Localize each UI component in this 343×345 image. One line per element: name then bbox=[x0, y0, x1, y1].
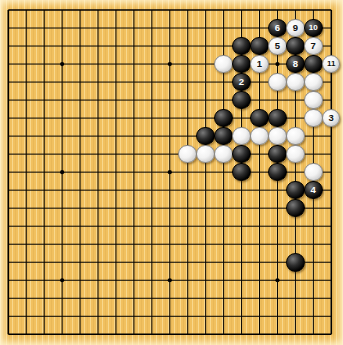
stone-white-move-1[interactable]: 1 bbox=[250, 55, 269, 74]
stone-black[interactable] bbox=[214, 109, 233, 128]
move-number-label: 7 bbox=[311, 41, 316, 51]
stone-white[interactable] bbox=[214, 55, 233, 74]
move-number-label: 4 bbox=[311, 185, 316, 195]
stone-black[interactable] bbox=[232, 55, 251, 74]
move-number-label: 1 bbox=[257, 59, 262, 69]
stone-white-move-3[interactable]: 3 bbox=[322, 109, 341, 128]
stone-black-move-8[interactable]: 8 bbox=[286, 55, 305, 74]
stone-white[interactable] bbox=[214, 145, 233, 164]
stone-white[interactable] bbox=[286, 127, 305, 146]
stone-black-move-2[interactable]: 2 bbox=[232, 73, 251, 92]
stone-black[interactable] bbox=[196, 127, 215, 146]
stone-black[interactable] bbox=[232, 163, 251, 182]
stone-white-move-9[interactable]: 9 bbox=[286, 19, 305, 38]
stone-black-move-6[interactable]: 6 bbox=[268, 19, 287, 38]
move-number-label: 10 bbox=[309, 24, 318, 32]
stone-white[interactable] bbox=[286, 73, 305, 92]
stone-white[interactable] bbox=[304, 163, 323, 182]
stone-white[interactable] bbox=[196, 145, 215, 164]
stone-white-move-5[interactable]: 5 bbox=[268, 37, 287, 56]
stone-black[interactable] bbox=[268, 163, 287, 182]
stone-white[interactable] bbox=[268, 127, 287, 146]
stone-white[interactable] bbox=[304, 109, 323, 128]
stone-black[interactable] bbox=[286, 199, 305, 218]
stone-black[interactable] bbox=[232, 91, 251, 110]
stone-black[interactable] bbox=[286, 181, 305, 200]
move-number-label: 5 bbox=[275, 41, 280, 51]
stone-white[interactable] bbox=[178, 145, 197, 164]
stone-white-move-11[interactable]: 11 bbox=[322, 55, 341, 74]
go-board[interactable]: 6910571811234 bbox=[0, 0, 343, 345]
move-number-label: 6 bbox=[275, 23, 280, 33]
stone-black[interactable] bbox=[214, 127, 233, 146]
stone-black[interactable] bbox=[286, 253, 305, 272]
stone-black[interactable] bbox=[232, 37, 251, 56]
move-number-label: 3 bbox=[329, 113, 334, 123]
stone-white[interactable] bbox=[304, 91, 323, 110]
stone-black-move-4[interactable]: 4 bbox=[304, 181, 323, 200]
stones-grid[interactable]: 6910571811234 bbox=[0, 1, 340, 343]
stone-white[interactable] bbox=[232, 127, 251, 146]
stone-black[interactable] bbox=[304, 55, 323, 74]
stone-black[interactable] bbox=[250, 109, 269, 128]
stone-white[interactable] bbox=[268, 73, 287, 92]
stone-black-move-10[interactable]: 10 bbox=[304, 19, 323, 38]
stone-black[interactable] bbox=[286, 37, 305, 56]
move-number-label: 11 bbox=[327, 60, 335, 68]
stone-black[interactable] bbox=[268, 145, 287, 164]
stone-white[interactable] bbox=[286, 145, 305, 164]
move-number-label: 8 bbox=[293, 59, 298, 69]
move-number-label: 2 bbox=[239, 77, 244, 87]
move-number-label: 9 bbox=[293, 23, 298, 33]
stone-black[interactable] bbox=[268, 109, 287, 128]
stone-black[interactable] bbox=[232, 145, 251, 164]
stone-white-move-7[interactable]: 7 bbox=[304, 37, 323, 56]
stone-black[interactable] bbox=[250, 37, 269, 56]
stone-white[interactable] bbox=[304, 73, 323, 92]
stone-white[interactable] bbox=[250, 127, 269, 146]
